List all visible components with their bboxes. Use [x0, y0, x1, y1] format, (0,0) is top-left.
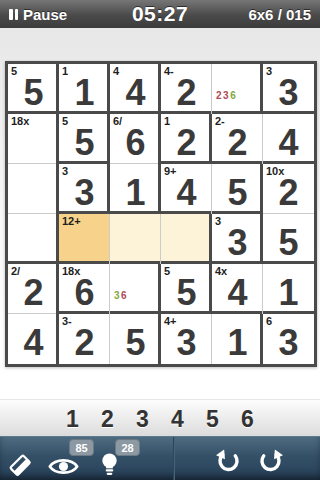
top-bar: Pause 05:27 6x6 / 015: [0, 0, 320, 29]
cell-r3c2[interactable]: 33: [59, 164, 110, 214]
puzzle-info: 6x6 / 015: [248, 0, 311, 28]
eraser-button[interactable]: [0, 437, 40, 480]
cell-r3c6[interactable]: 10x2: [263, 164, 314, 214]
cell-r2c3[interactable]: 6/6: [110, 114, 161, 164]
numpad-key-6[interactable]: 6: [237, 406, 259, 433]
cell-r4c4[interactable]: [161, 214, 212, 264]
cage-label: 6/: [113, 115, 122, 127]
pause-label: Pause: [23, 6, 67, 23]
eraser-icon: [7, 452, 33, 478]
cell-r2c4[interactable]: 12: [161, 114, 212, 164]
cell-r4c1[interactable]: [8, 214, 59, 264]
cell-r2c5[interactable]: 2-2: [212, 114, 263, 164]
cage-label: 4+: [164, 315, 177, 327]
cell-r3c4[interactable]: 9+4: [161, 164, 212, 214]
cell-value: 1: [212, 314, 263, 364]
cell-r1c3[interactable]: 44: [110, 64, 161, 114]
cell-r5c5[interactable]: 4x4: [212, 264, 263, 314]
cage-label: 9+: [164, 165, 177, 177]
lightbulb-icon: [99, 452, 120, 477]
cell-r3c3[interactable]: 1: [110, 164, 161, 214]
cell-value: 4: [8, 314, 59, 364]
cage-label: 4x: [215, 265, 227, 277]
cage-label: 6: [266, 315, 272, 327]
reveal-count-badge: 85: [69, 439, 94, 456]
numpad-key-5[interactable]: 5: [202, 406, 224, 433]
numpad-key-3[interactable]: 3: [132, 406, 154, 433]
cell-r6c2[interactable]: 3-2: [59, 314, 110, 364]
cell-value: 1: [263, 264, 314, 314]
cell-value: 1: [110, 164, 161, 214]
cell-r5c6[interactable]: 1: [263, 264, 314, 314]
cage-label: 18x: [11, 115, 29, 127]
undo-button[interactable]: [208, 437, 248, 480]
pencil-marks: 36: [114, 290, 128, 301]
cage-label: 5: [164, 265, 170, 277]
cell-r5c1[interactable]: 2/2: [8, 264, 59, 314]
cell-r6c4[interactable]: 4+3: [161, 314, 212, 364]
cage-label: 3: [266, 65, 272, 77]
play-field: 5511444-22363318x556/6122-243319+4510x21…: [0, 28, 320, 437]
cage-label: 4-: [164, 65, 174, 77]
numpad-key-4[interactable]: 4: [167, 406, 189, 433]
cage-label: 3-: [62, 315, 72, 327]
cell-r3c1[interactable]: [8, 164, 59, 214]
cage-label: 1: [164, 115, 170, 127]
cell-r6c3[interactable]: 5: [110, 314, 161, 364]
cell-r2c1[interactable]: 18x: [8, 114, 59, 164]
pause-button[interactable]: Pause: [9, 0, 67, 28]
cell-value: 5: [263, 214, 314, 264]
cage-label: 3: [62, 165, 68, 177]
pause-icon: [9, 9, 18, 20]
cell-value: 5: [212, 164, 263, 214]
redo-button[interactable]: [250, 437, 290, 480]
cell-r4c2[interactable]: 12+: [59, 214, 110, 264]
cell-value: 4: [263, 114, 314, 164]
cell-r1c1[interactable]: 55: [8, 64, 59, 114]
cell-r4c3[interactable]: [110, 214, 161, 264]
cage-label: 4: [113, 65, 119, 77]
cage-label: 5: [62, 115, 68, 127]
cage-label: 5: [11, 65, 17, 77]
cell-r5c3[interactable]: 36: [110, 264, 161, 314]
pencil-marks: 236: [216, 90, 237, 101]
cell-r2c6[interactable]: 4: [263, 114, 314, 164]
cell-r4c5[interactable]: 33: [212, 214, 263, 264]
cage-label: 3: [215, 215, 221, 227]
cell-r1c4[interactable]: 4-2: [161, 64, 212, 114]
cell-r6c6[interactable]: 63: [263, 314, 314, 364]
number-pad: 123456: [0, 399, 320, 438]
cell-value: 5: [110, 314, 161, 364]
cage-label: 2/: [11, 265, 20, 277]
toolbar-divider: [173, 437, 175, 480]
cage-label: 2-: [215, 115, 225, 127]
numpad-key-2[interactable]: 2: [97, 406, 119, 433]
cell-r1c2[interactable]: 11: [59, 64, 110, 114]
cell-r5c4[interactable]: 55: [161, 264, 212, 314]
redo-icon: [257, 449, 284, 476]
cell-r2c2[interactable]: 55: [59, 114, 110, 164]
cell-r1c5[interactable]: 236: [212, 64, 263, 114]
cage-label: 12+: [62, 215, 81, 227]
cage-label: 18x: [62, 265, 80, 277]
cage-label: 1: [62, 65, 68, 77]
cell-r4c6[interactable]: 5: [263, 214, 314, 264]
app-screen: Pause 05:27 6x6 / 015 5511444-22363318x5…: [0, 0, 320, 480]
kenken-board: 5511444-22363318x556/6122-243319+4510x21…: [5, 61, 317, 367]
numpad-key-1[interactable]: 1: [62, 406, 84, 433]
eye-icon: [48, 456, 79, 477]
bottom-toolbar: 85 28: [0, 436, 320, 480]
cell-r3c5[interactable]: 5: [212, 164, 263, 214]
cell-r1c6[interactable]: 33: [263, 64, 314, 114]
cell-r5c2[interactable]: 18x6: [59, 264, 110, 314]
cell-r6c5[interactable]: 1: [212, 314, 263, 364]
undo-icon: [215, 449, 242, 476]
reveal-button[interactable]: 85: [40, 437, 86, 480]
cage-label: 10x: [266, 165, 284, 177]
cell-r6c1[interactable]: 4: [8, 314, 59, 364]
hint-count-badge: 28: [115, 439, 140, 456]
